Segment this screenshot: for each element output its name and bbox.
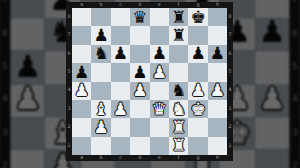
square-e5[interactable]: ♟ — [150, 63, 169, 81]
bg-rank-label-left-3: 3 — [0, 117, 10, 150]
black-pawn-b7: ♟ — [93, 27, 108, 44]
file-label-bottom-h: h — [208, 155, 227, 161]
bg-rank-label-right-4: 4 — [290, 84, 300, 117]
file-label-bottom-b: b — [91, 155, 110, 161]
square-h5[interactable] — [208, 63, 227, 81]
square-b8[interactable] — [91, 8, 110, 26]
square-f6[interactable] — [169, 45, 188, 63]
square-a7[interactable] — [72, 26, 91, 44]
square-e6[interactable]: ♟ — [150, 45, 169, 63]
black-pawn-d5: ♟ — [132, 63, 147, 80]
file-label-bottom-e: e — [150, 155, 169, 161]
white-pawn-d4: ♟ — [132, 82, 147, 99]
file-label-bottom-g: g — [188, 155, 207, 161]
square-c5[interactable] — [111, 63, 130, 81]
square-e4[interactable] — [150, 82, 169, 100]
square-b2[interactable]: ♟ — [91, 118, 110, 136]
square-g7[interactable] — [188, 26, 207, 44]
black-king-g8: ♚ — [190, 8, 205, 25]
white-pawn-e5: ♟ — [152, 63, 167, 80]
file-label-bottom-a: a — [72, 155, 91, 161]
square-h8[interactable] — [208, 8, 227, 26]
rank-label-right-3: 3 — [227, 100, 233, 118]
black-knight-f4: ♞ — [171, 82, 186, 99]
bg-square-h2 — [255, 150, 290, 168]
bg-square-a3 — [10, 117, 45, 150]
white-pawn-b2: ♟ — [93, 119, 108, 136]
square-h6[interactable]: ♟ — [208, 45, 227, 63]
bg-rank-label-left-7: 7 — [0, 0, 10, 18]
square-d4[interactable]: ♟ — [130, 82, 149, 100]
black-pawn-c6: ♟ — [113, 45, 128, 62]
bg-square-h6: ♟ — [255, 18, 290, 51]
black-pawn-e6: ♟ — [152, 45, 167, 62]
bg-square-h3 — [255, 117, 290, 150]
chess-board: abcdefgh8♛♜♚87♟♜76♞♟♟♟♟65♟♟♟54♟♟♞♟♟43♝♟♛… — [66, 2, 233, 161]
bg-square-h7 — [255, 0, 290, 18]
bg-square-a4: ♟ — [10, 84, 45, 117]
bg-rank-label-right-5: 5 — [290, 51, 300, 84]
square-d2[interactable] — [130, 118, 149, 136]
square-f5[interactable] — [169, 63, 188, 81]
rank-label-right-2: 2 — [227, 118, 233, 136]
square-c4[interactable] — [111, 82, 130, 100]
rank-label-right-5: 5 — [227, 63, 233, 81]
square-b4[interactable] — [91, 82, 110, 100]
bg-square-h5 — [255, 51, 290, 84]
rank-label-right-6: 6 — [227, 45, 233, 63]
square-c1[interactable] — [111, 137, 130, 155]
square-f1[interactable]: ♜ — [169, 137, 188, 155]
white-rook-f1: ♜ — [171, 137, 186, 154]
bg-black-pawn-h6: ♟ — [258, 18, 285, 49]
square-d5[interactable]: ♟ — [130, 63, 149, 81]
black-pawn-h6: ♟ — [210, 45, 225, 62]
square-h7[interactable] — [208, 26, 227, 44]
white-rook-f2: ♜ — [171, 119, 186, 136]
square-a2[interactable] — [72, 118, 91, 136]
square-c8[interactable] — [111, 8, 130, 26]
video-frame: abcdefgh8♛♜♚87♟♜76♞♟♟♟♟65♟♟♟54♟♟♞♟♟43♝♟♛… — [0, 0, 300, 168]
square-c3[interactable]: ♟ — [111, 100, 130, 118]
white-knight-f3: ♞ — [171, 100, 186, 117]
square-h1[interactable] — [208, 137, 227, 155]
square-c2[interactable] — [111, 118, 130, 136]
square-e1[interactable] — [150, 137, 169, 155]
bg-rank-label-left-4: 4 — [0, 84, 10, 117]
board-corner — [227, 155, 233, 161]
black-queen-d8: ♛ — [132, 8, 147, 25]
bg-rank-label-right-3: 3 — [290, 117, 300, 150]
square-f4[interactable]: ♞ — [169, 82, 188, 100]
square-d8[interactable]: ♛ — [130, 8, 149, 26]
rank-label-right-7: 7 — [227, 26, 233, 44]
square-h3[interactable] — [208, 100, 227, 118]
square-d3[interactable] — [130, 100, 149, 118]
square-b3[interactable]: ♝ — [91, 100, 110, 118]
black-pawn-a5: ♟ — [74, 63, 89, 80]
square-c6[interactable]: ♟ — [111, 45, 130, 63]
white-bishop-b3: ♝ — [93, 100, 108, 117]
bg-rank-label-left-2: 2 — [0, 150, 10, 168]
square-a4[interactable]: ♟ — [72, 82, 91, 100]
white-pawn-g4: ♟ — [190, 82, 205, 99]
white-pawn-h4: ♟ — [210, 82, 225, 99]
bg-rank-label-left-5: 5 — [0, 51, 10, 84]
square-g5[interactable] — [188, 63, 207, 81]
rank-label-right-1: 1 — [227, 137, 233, 155]
black-pawn-g6: ♟ — [190, 45, 205, 62]
square-f2[interactable]: ♜ — [169, 118, 188, 136]
bg-square-a5: ♟ — [10, 51, 45, 84]
white-queen-e3: ♛ — [152, 100, 167, 117]
square-b6[interactable]: ♞ — [91, 45, 110, 63]
bg-square-h4: ♟ — [255, 84, 290, 117]
bg-rank-label-right-7: 7 — [290, 0, 300, 18]
square-a6[interactable] — [72, 45, 91, 63]
rank-label-right-8: 8 — [227, 8, 233, 26]
white-pawn-c3: ♟ — [113, 100, 128, 117]
square-g4[interactable]: ♟ — [188, 82, 207, 100]
bg-black-pawn-a5: ♟ — [14, 51, 41, 82]
bg-square-a2 — [10, 150, 45, 168]
square-e2[interactable] — [150, 118, 169, 136]
square-h2[interactable] — [208, 118, 227, 136]
square-d7[interactable] — [130, 26, 149, 44]
square-f7[interactable]: ♜ — [169, 26, 188, 44]
black-rook-f8: ♜ — [171, 8, 186, 25]
square-f8[interactable]: ♜ — [169, 8, 188, 26]
bg-square-a7 — [10, 0, 45, 18]
bg-rank-label-left-6: 6 — [0, 18, 10, 51]
file-label-bottom-c: c — [111, 155, 130, 161]
square-d1[interactable] — [130, 137, 149, 155]
square-a5[interactable]: ♟ — [72, 63, 91, 81]
square-g1[interactable] — [188, 137, 207, 155]
square-f3[interactable]: ♞ — [169, 100, 188, 118]
square-b7[interactable]: ♟ — [91, 26, 110, 44]
square-g8[interactable]: ♚ — [188, 8, 207, 26]
square-a1[interactable] — [72, 137, 91, 155]
square-e8[interactable] — [150, 8, 169, 26]
square-d6[interactable] — [130, 45, 149, 63]
square-b1[interactable] — [91, 137, 110, 155]
square-g2[interactable] — [188, 118, 207, 136]
bg-square-a6 — [10, 18, 45, 51]
square-b5[interactable] — [91, 63, 110, 81]
white-king-g3: ♚ — [190, 100, 205, 117]
square-g3[interactable]: ♚ — [188, 100, 207, 118]
square-e3[interactable]: ♛ — [150, 100, 169, 118]
black-knight-b6: ♞ — [93, 45, 108, 62]
square-a3[interactable] — [72, 100, 91, 118]
white-pawn-a4: ♟ — [74, 82, 89, 99]
file-label-bottom-f: f — [169, 155, 188, 161]
bg-rank-label-right-2: 2 — [290, 150, 300, 168]
square-h4[interactable]: ♟ — [208, 82, 227, 100]
black-rook-f7: ♜ — [171, 27, 186, 44]
rank-label-right-4: 4 — [227, 82, 233, 100]
square-e7[interactable] — [150, 26, 169, 44]
bg-rank-label-right-6: 6 — [290, 18, 300, 51]
file-label-bottom-d: d — [130, 155, 149, 161]
bg-white-pawn-h4: ♟ — [258, 84, 285, 115]
square-c7[interactable] — [111, 26, 130, 44]
square-g6[interactable]: ♟ — [188, 45, 207, 63]
square-a8[interactable] — [72, 8, 91, 26]
bg-white-pawn-a4: ♟ — [14, 84, 41, 115]
